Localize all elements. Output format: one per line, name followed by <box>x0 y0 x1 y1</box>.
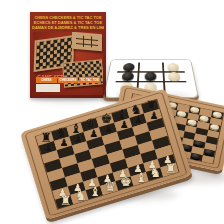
checkers-square <box>201 155 214 164</box>
cream-disc <box>168 72 181 81</box>
tic-tac-toe-cell <box>116 72 140 82</box>
box-tic-tac-toe-thumbnail <box>72 32 102 51</box>
box-tag-tictactoe: TIC TAC TOE <box>79 77 100 83</box>
box-game-tags: CHESS CHECKERS TIC TAC TOE <box>36 77 100 83</box>
black-disc <box>121 72 134 81</box>
box-artwork: GAME SET CHESS CHECKERS TIC TAC TOE <box>33 32 103 95</box>
box-artwork-corner <box>36 84 60 92</box>
black-disc <box>123 63 135 71</box>
tic-tac-toe-cell <box>162 72 186 82</box>
black-disc <box>145 72 157 81</box>
game-box: CHESS CHECKERS & TIC TAC TOE ÉCHECS ET D… <box>30 12 106 98</box>
product-photo: CHESS CHECKERS & TIC TAC TOE ÉCHECS ET D… <box>0 0 224 224</box>
tic-tac-toe-cell <box>140 63 162 72</box>
black-checker <box>191 153 201 160</box>
tic-tac-toe-cell <box>139 72 163 82</box>
tic-tac-toe-cell <box>162 63 185 72</box>
box-title-es: DAMAS DE AJEDREZ & TRES EN LÍNEA <box>32 26 104 31</box>
cream-disc <box>167 63 179 71</box>
box-tag-chess: CHESS <box>36 77 57 83</box>
box-tag-checkers: CHECKERS <box>58 77 79 83</box>
box-title: CHESS CHECKERS & TIC TAC TOE ÉCHECS ET D… <box>30 12 106 31</box>
tic-tac-toe-cell <box>117 63 140 72</box>
box-chess-thumbnail <box>62 59 103 87</box>
chess-board: ♜♞♝♛♚♝♞♜♟♟♟♟♟♟♟♟♟♟♟♟♟♟♟♟♜♞♝♛♚♝♞♜ <box>20 88 192 220</box>
